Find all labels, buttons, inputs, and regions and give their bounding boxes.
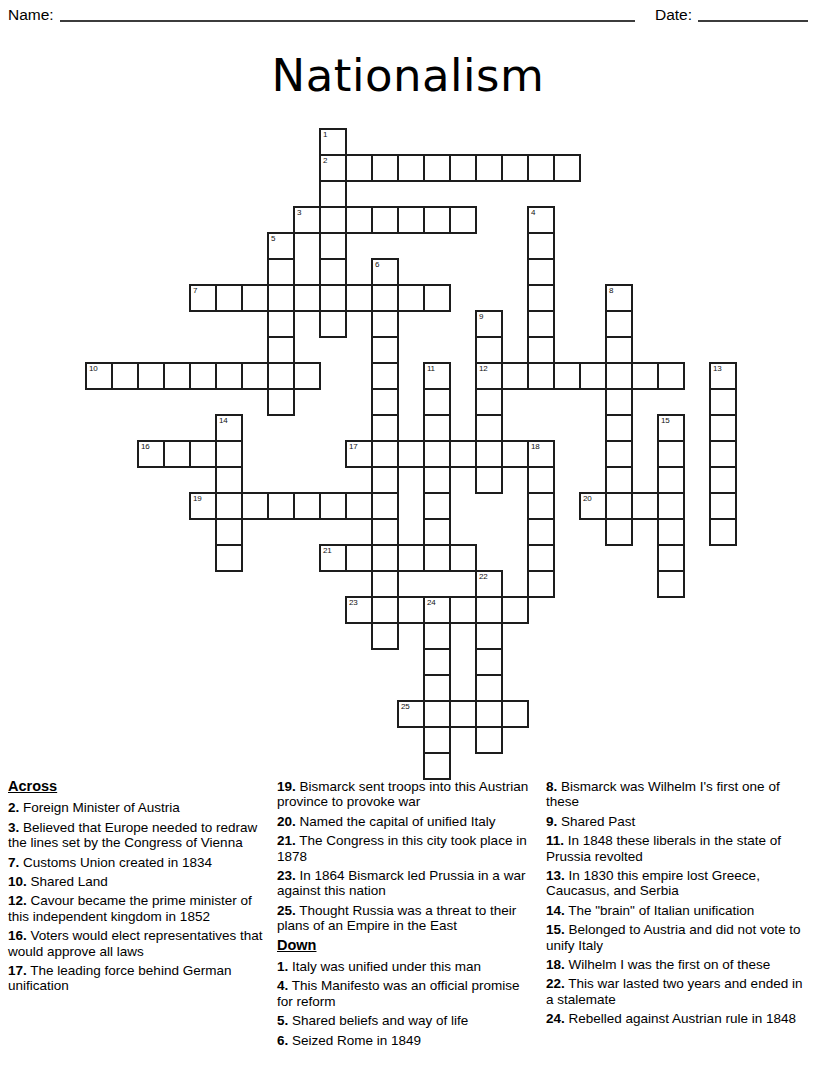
- grid-cell-r18c16[interactable]: [501, 596, 529, 624]
- grid-cell-r8c7[interactable]: [267, 336, 295, 364]
- grid-cell-r14c7[interactable]: [267, 492, 295, 520]
- grid-cell-r15c5[interactable]: [215, 518, 243, 546]
- grid-cell-r3c12[interactable]: [397, 206, 425, 234]
- clue-number-label: 23.: [277, 868, 296, 883]
- grid-cell-r6c4[interactable]: 7: [189, 284, 217, 312]
- grid-cell-r12c20[interactable]: [605, 440, 633, 468]
- grid-cell-r1c11[interactable]: [371, 154, 399, 182]
- grid-cell-r3c14[interactable]: [449, 206, 477, 234]
- grid-cell-r15c17[interactable]: [527, 518, 555, 546]
- grid-cell-r5c17[interactable]: [527, 258, 555, 286]
- grid-cell-r13c22[interactable]: [657, 466, 685, 494]
- grid-cell-r16c11[interactable]: [371, 544, 399, 572]
- grid-cell-r15c20[interactable]: [605, 518, 633, 546]
- crossword-grid: 1234567891011121314151617181920212223242…: [85, 128, 737, 780]
- grid-cell-r10c11[interactable]: [371, 388, 399, 416]
- cell-number-15: 15: [661, 416, 669, 425]
- cell-number-8: 8: [609, 286, 613, 295]
- grid-cell-r9c8[interactable]: [293, 362, 321, 390]
- grid-cell-r4c9[interactable]: [319, 232, 347, 260]
- grid-cell-r7c9[interactable]: [319, 310, 347, 338]
- grid-cell-r21c13[interactable]: [423, 674, 451, 702]
- grid-cell-r9c2[interactable]: [137, 362, 165, 390]
- name-label: Name:: [8, 6, 54, 25]
- grid-cell-r3c11[interactable]: [371, 206, 399, 234]
- grid-cell-r11c20[interactable]: [605, 414, 633, 442]
- grid-cell-r22c14[interactable]: [449, 700, 477, 728]
- grid-cell-r9c17[interactable]: [527, 362, 555, 390]
- grid-cell-r1c10[interactable]: [345, 154, 373, 182]
- grid-cell-r9c7[interactable]: [267, 362, 295, 390]
- clue-down-11: 11. In 1848 these liberals in the state …: [546, 833, 808, 864]
- grid-cell-r1c13[interactable]: [423, 154, 451, 182]
- grid-cell-r6c20[interactable]: 8: [605, 284, 633, 312]
- grid-cell-r6c5[interactable]: [215, 284, 243, 312]
- clue-number-label: 21.: [277, 833, 296, 848]
- clue-across-21: 21. The Congress in this city took place…: [277, 833, 539, 864]
- clue-across-3: 3. Believed that Europe needed to redraw…: [8, 820, 270, 851]
- grid-cell-r6c7[interactable]: [267, 284, 295, 312]
- grid-cell-r18c11[interactable]: [371, 596, 399, 624]
- grid-cell-r20c15[interactable]: [475, 648, 503, 676]
- grid-cell-r13c11[interactable]: [371, 466, 399, 494]
- grid-cell-r11c5[interactable]: 14: [215, 414, 243, 442]
- grid-cell-r1c14[interactable]: [449, 154, 477, 182]
- grid-cell-r1c16[interactable]: [501, 154, 529, 182]
- grid-cell-r18c12[interactable]: [397, 596, 425, 624]
- grid-cell-r10c24[interactable]: [709, 388, 737, 416]
- clue-number-label: 5.: [277, 1013, 288, 1028]
- clue-down-8: 8. Bismarck was Wilhelm I's first one of…: [546, 779, 808, 810]
- cell-number-4: 4: [531, 208, 535, 217]
- grid-cell-r10c13[interactable]: [423, 388, 451, 416]
- grid-cell-r18c14[interactable]: [449, 596, 477, 624]
- clue-column: 19. Bismarck sent troops into this Austr…: [277, 779, 539, 1052]
- cell-number-12: 12: [479, 364, 487, 373]
- clue-number-label: 15.: [546, 922, 565, 937]
- grid-cell-r9c6[interactable]: [241, 362, 269, 390]
- clue-down-9: 9. Shared Past: [546, 814, 808, 829]
- grid-cell-r9c11[interactable]: [371, 362, 399, 390]
- clue-number-label: 7.: [8, 855, 19, 870]
- grid-cell-r1c9[interactable]: 2: [319, 154, 347, 182]
- grid-cell-r12c14[interactable]: [449, 440, 477, 468]
- clue-number-label: 8.: [546, 779, 557, 794]
- clue-heading-across: Across: [8, 779, 270, 794]
- clue-across-19: 19. Bismarck sent troops into this Austr…: [277, 779, 539, 810]
- clue-down-22: 22. This war lasted two years and ended …: [546, 976, 808, 1007]
- clue-number-label: 20.: [277, 814, 296, 829]
- grid-cell-r21c15[interactable]: [475, 674, 503, 702]
- cell-number-1: 1: [323, 130, 327, 139]
- clue-column: 8. Bismarck was Wilhelm I's first one of…: [546, 779, 808, 1052]
- cell-number-20: 20: [583, 494, 591, 503]
- grid-cell-r11c22[interactable]: 15: [657, 414, 685, 442]
- grid-cell-r19c13[interactable]: [423, 622, 451, 650]
- grid-cell-r7c20[interactable]: [605, 310, 633, 338]
- grid-cell-r3c13[interactable]: [423, 206, 451, 234]
- grid-cell-r7c17[interactable]: [527, 310, 555, 338]
- grid-cell-r12c22[interactable]: [657, 440, 685, 468]
- grid-cell-r0c9[interactable]: 1: [319, 128, 347, 156]
- grid-cell-r9c19[interactable]: [579, 362, 607, 390]
- grid-cell-r6c17[interactable]: [527, 284, 555, 312]
- grid-cell-r15c22[interactable]: [657, 518, 685, 546]
- grid-cell-r14c20[interactable]: [605, 492, 633, 520]
- clues-section: Across2. Foreign Minister of Austria3. B…: [8, 779, 808, 1052]
- grid-cell-r10c20[interactable]: [605, 388, 633, 416]
- clue-across-12: 12. Cavour became the prime minister of …: [8, 893, 270, 924]
- grid-cell-r12c24[interactable]: [709, 440, 737, 468]
- grid-cell-r6c11[interactable]: [371, 284, 399, 312]
- clue-down-14: 14. The "brain" of Italian unification: [546, 903, 808, 918]
- grid-cell-r9c13[interactable]: 11: [423, 362, 451, 390]
- clue-across-10: 10. Shared Land: [8, 874, 270, 889]
- grid-cell-r9c4[interactable]: [189, 362, 217, 390]
- clue-number-label: 6.: [277, 1033, 288, 1048]
- grid-cell-r9c5[interactable]: [215, 362, 243, 390]
- clue-down-1: 1. Italy was unified under this man: [277, 959, 539, 974]
- grid-cell-r11c24[interactable]: [709, 414, 737, 442]
- grid-cell-r22c13[interactable]: [423, 700, 451, 728]
- clue-down-18: 18. Wilhelm I was the first on of these: [546, 957, 808, 972]
- grid-cell-r13c5[interactable]: [215, 466, 243, 494]
- grid-cell-r9c18[interactable]: [553, 362, 581, 390]
- clue-down-15: 15. Belonged to Austria and did not vote…: [546, 922, 808, 953]
- grid-cell-r17c17[interactable]: [527, 570, 555, 598]
- worksheet-page: Name: Date: Nationalism 1234567891011121…: [0, 0, 816, 1083]
- grid-cell-r6c6[interactable]: [241, 284, 269, 312]
- grid-cell-r8c15[interactable]: [475, 336, 503, 364]
- grid-cell-r4c17[interactable]: [527, 232, 555, 260]
- grid-cell-r11c13[interactable]: [423, 414, 451, 442]
- grid-cell-r2c9[interactable]: [319, 180, 347, 208]
- clue-across-17: 17. The leading force behind German unif…: [8, 963, 270, 994]
- grid-cell-r23c13[interactable]: [423, 726, 451, 754]
- grid-cell-r9c1[interactable]: [111, 362, 139, 390]
- grid-cell-r12c2[interactable]: 16: [137, 440, 165, 468]
- cell-number-17: 17: [349, 442, 357, 451]
- clue-across-23: 23. In 1864 Bismarck led Prussia in a wa…: [277, 868, 539, 899]
- header: Name: Date:: [8, 6, 808, 25]
- clue-number-label: 18.: [546, 957, 565, 972]
- grid-cell-r3c17[interactable]: 4: [527, 206, 555, 234]
- grid-cell-r5c9[interactable]: [319, 258, 347, 286]
- grid-cell-r16c12[interactable]: [397, 544, 425, 572]
- clue-number-label: 24.: [546, 1011, 565, 1026]
- clue-down-24: 24. Rebelled against Austrian rule in 18…: [546, 1011, 808, 1026]
- clue-down-4: 4. This Manifesto was an official promis…: [277, 978, 539, 1009]
- grid-cell-r13c24[interactable]: [709, 466, 737, 494]
- cell-number-7: 7: [193, 286, 197, 295]
- cell-number-3: 3: [297, 208, 301, 217]
- grid-cell-r9c22[interactable]: [657, 362, 685, 390]
- grid-cell-r8c20[interactable]: [605, 336, 633, 364]
- grid-cell-r9c21[interactable]: [631, 362, 659, 390]
- cell-number-18: 18: [531, 442, 539, 451]
- clue-across-16: 16. Voters would elect representatives t…: [8, 928, 270, 959]
- cell-number-19: 19: [193, 494, 201, 503]
- cell-number-24: 24: [427, 598, 435, 607]
- grid-cell-r9c3[interactable]: [163, 362, 191, 390]
- clue-down-13: 13. In 1830 this empire lost Greece, Cau…: [546, 868, 808, 899]
- grid-cell-r6c9[interactable]: [319, 284, 347, 312]
- grid-cell-r14c11[interactable]: [371, 492, 399, 520]
- grid-cell-r19c11[interactable]: [371, 622, 399, 650]
- grid-cell-r12c13[interactable]: [423, 440, 451, 468]
- grid-cell-r4c7[interactable]: 5: [267, 232, 295, 260]
- grid-cell-r12c3[interactable]: [163, 440, 191, 468]
- grid-cell-r16c9[interactable]: 21: [319, 544, 347, 572]
- grid-cell-r15c11[interactable]: [371, 518, 399, 546]
- grid-cell-r12c16[interactable]: [501, 440, 529, 468]
- grid-cell-r13c13[interactable]: [423, 466, 451, 494]
- cell-number-13: 13: [713, 364, 721, 373]
- clue-column: Across2. Foreign Minister of Austria3. B…: [8, 779, 270, 1052]
- grid-cell-r10c15[interactable]: [475, 388, 503, 416]
- grid-cell-r13c17[interactable]: [527, 466, 555, 494]
- grid-cell-r1c17[interactable]: [527, 154, 555, 182]
- grid-cell-r14c17[interactable]: [527, 492, 555, 520]
- grid-cell-r24c13[interactable]: [423, 752, 451, 780]
- cell-number-16: 16: [141, 442, 149, 451]
- cell-number-6: 6: [375, 260, 379, 269]
- grid-cell-r18c13[interactable]: 24: [423, 596, 451, 624]
- grid-cell-r18c15[interactable]: [475, 596, 503, 624]
- grid-cell-r14c21[interactable]: [631, 492, 659, 520]
- cell-number-9: 9: [479, 312, 483, 321]
- clue-heading-down: Down: [277, 938, 539, 953]
- grid-cell-r15c13[interactable]: [423, 518, 451, 546]
- grid-cell-r14c22[interactable]: [657, 492, 685, 520]
- clue-number-label: 10.: [8, 874, 27, 889]
- grid-cell-r1c18[interactable]: [553, 154, 581, 182]
- cell-number-25: 25: [401, 702, 409, 711]
- grid-cell-r14c4[interactable]: 19: [189, 492, 217, 520]
- grid-cell-r14c5[interactable]: [215, 492, 243, 520]
- grid-cell-r16c5[interactable]: [215, 544, 243, 572]
- grid-cell-r13c15[interactable]: [475, 466, 503, 494]
- grid-cell-r9c0[interactable]: 10: [85, 362, 113, 390]
- clue-number-label: 14.: [546, 903, 565, 918]
- grid-cell-r5c11[interactable]: 6: [371, 258, 399, 286]
- grid-cell-r3c10[interactable]: [345, 206, 373, 234]
- grid-cell-r22c15[interactable]: [475, 700, 503, 728]
- grid-cell-r11c11[interactable]: [371, 414, 399, 442]
- grid-cell-r5c7[interactable]: [267, 258, 295, 286]
- grid-cell-r14c8[interactable]: [293, 492, 321, 520]
- grid-cell-r12c15[interactable]: [475, 440, 503, 468]
- clue-across-20: 20. Named the capital of unified Italy: [277, 814, 539, 829]
- clue-down-5: 5. Shared beliefs and way of life: [277, 1013, 539, 1028]
- grid-cell-r13c20[interactable]: [605, 466, 633, 494]
- grid-cell-r22c12[interactable]: 25: [397, 700, 425, 728]
- grid-cell-r22c16[interactable]: [501, 700, 529, 728]
- grid-cell-r14c6[interactable]: [241, 492, 269, 520]
- grid-cell-r1c12[interactable]: [397, 154, 425, 182]
- grid-cell-r16c22[interactable]: [657, 544, 685, 572]
- cell-number-5: 5: [271, 234, 275, 243]
- grid-cell-r12c4[interactable]: [189, 440, 217, 468]
- grid-cell-r14c13[interactable]: [423, 492, 451, 520]
- clue-number-label: 12.: [8, 893, 27, 908]
- grid-cell-r7c11[interactable]: [371, 310, 399, 338]
- clue-number-label: 4.: [277, 978, 288, 993]
- clue-number-label: 25.: [277, 903, 296, 918]
- grid-cell-r14c9[interactable]: [319, 492, 347, 520]
- grid-cell-r8c11[interactable]: [371, 336, 399, 364]
- clue-across-2: 2. Foreign Minister of Austria: [8, 800, 270, 815]
- clue-number-label: 1.: [277, 959, 288, 974]
- cell-number-23: 23: [349, 598, 357, 607]
- grid-cell-r9c16[interactable]: [501, 362, 529, 390]
- cell-number-22: 22: [479, 572, 487, 581]
- puzzle-title: Nationalism: [0, 49, 816, 102]
- grid-cell-r16c14[interactable]: [449, 544, 477, 572]
- cell-number-2: 2: [323, 156, 327, 165]
- grid-cell-r12c12[interactable]: [397, 440, 425, 468]
- clue-number-label: 9.: [546, 814, 557, 829]
- clue-number-label: 17.: [8, 963, 27, 978]
- clue-down-6: 6. Seized Rome in 1849: [277, 1033, 539, 1048]
- cell-number-21: 21: [323, 546, 331, 555]
- grid-cell-r17c15[interactable]: 22: [475, 570, 503, 598]
- grid-cell-r12c17[interactable]: 18: [527, 440, 555, 468]
- grid-cell-r14c24[interactable]: [709, 492, 737, 520]
- grid-cell-r16c10[interactable]: [345, 544, 373, 572]
- grid-cell-r17c11[interactable]: [371, 570, 399, 598]
- grid-cell-r6c10[interactable]: [345, 284, 373, 312]
- grid-cell-r14c19[interactable]: 20: [579, 492, 607, 520]
- grid-cell-r9c15[interactable]: 12: [475, 362, 503, 390]
- grid-cell-r18c10[interactable]: 23: [345, 596, 373, 624]
- grid-cell-r12c10[interactable]: 17: [345, 440, 373, 468]
- clue-number-label: 3.: [8, 820, 19, 835]
- grid-cell-r15c24[interactable]: [709, 518, 737, 546]
- grid-cell-r7c7[interactable]: [267, 310, 295, 338]
- clue-across-7: 7. Customs Union created in 1834: [8, 855, 270, 870]
- date-input-line[interactable]: [698, 18, 808, 22]
- clue-number-label: 19.: [277, 779, 296, 794]
- grid-cell-r23c15[interactable]: [475, 726, 503, 754]
- clue-number-label: 11.: [546, 833, 564, 848]
- grid-cell-r12c5[interactable]: [215, 440, 243, 468]
- name-input-line[interactable]: [60, 18, 635, 22]
- grid-cell-r9c24[interactable]: 13: [709, 362, 737, 390]
- clue-number-label: 13.: [546, 868, 565, 883]
- grid-cell-r14c10[interactable]: [345, 492, 373, 520]
- grid-cell-r11c15[interactable]: [475, 414, 503, 442]
- grid-cell-r3c8[interactable]: 3: [293, 206, 321, 234]
- clue-number-label: 22.: [546, 976, 565, 991]
- grid-cell-r6c13[interactable]: [423, 284, 451, 312]
- grid-cell-r8c17[interactable]: [527, 336, 555, 364]
- grid-cell-r20c13[interactable]: [423, 648, 451, 676]
- grid-cell-r19c15[interactable]: [475, 622, 503, 650]
- grid-cell-r16c17[interactable]: [527, 544, 555, 572]
- cell-number-10: 10: [89, 364, 97, 373]
- grid-cell-r17c22[interactable]: [657, 570, 685, 598]
- grid-cell-r16c13[interactable]: [423, 544, 451, 572]
- grid-cell-r9c20[interactable]: [605, 362, 633, 390]
- clue-number-label: 16.: [8, 928, 27, 943]
- grid-cell-r6c12[interactable]: [397, 284, 425, 312]
- grid-cell-r12c11[interactable]: [371, 440, 399, 468]
- date-label: Date:: [655, 6, 692, 25]
- clue-across-25: 25. Thought Russia was a threat to their…: [277, 903, 539, 934]
- grid-cell-r1c15[interactable]: [475, 154, 503, 182]
- grid-cell-r10c7[interactable]: [267, 388, 295, 416]
- cell-number-14: 14: [219, 416, 227, 425]
- grid-cell-r7c15[interactable]: 9: [475, 310, 503, 338]
- cell-number-11: 11: [427, 364, 435, 373]
- grid-cell-r3c9[interactable]: [319, 206, 347, 234]
- grid-cell-r6c8[interactable]: [293, 284, 321, 312]
- clue-number-label: 2.: [8, 800, 19, 815]
